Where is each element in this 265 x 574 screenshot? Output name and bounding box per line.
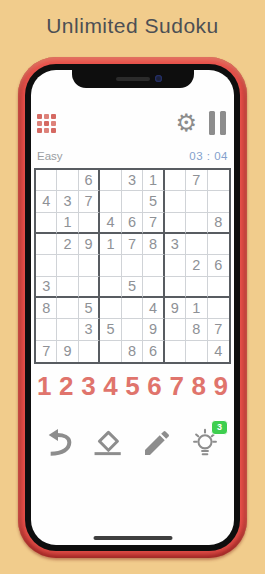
sudoku-cell[interactable]: 7 [79, 191, 100, 212]
camera-icon [155, 75, 162, 82]
sudoku-cell[interactable]: 1 [186, 298, 207, 319]
sudoku-cell[interactable]: 1 [57, 213, 78, 234]
sudoku-cell[interactable] [208, 170, 229, 191]
bottom-toolbar: 3 [41, 421, 224, 465]
sudoku-cell[interactable]: 4 [208, 341, 229, 362]
numpad-digit[interactable]: 5 [125, 371, 139, 401]
numpad-digit[interactable]: 1 [37, 371, 51, 401]
sudoku-cell[interactable] [122, 319, 143, 340]
sudoku-cell[interactable] [36, 255, 57, 276]
hint-count-badge: 3 [211, 420, 228, 435]
sudoku-cell[interactable]: 5 [79, 298, 100, 319]
sudoku-cell[interactable] [100, 255, 121, 276]
sudoku-cell[interactable]: 2 [57, 234, 78, 255]
undo-arrow-icon [44, 427, 76, 459]
sudoku-cell[interactable] [57, 255, 78, 276]
sudoku-cell[interactable] [208, 191, 229, 212]
sudoku-cell[interactable]: 8 [122, 341, 143, 362]
sudoku-cell[interactable] [36, 319, 57, 340]
numpad-digit[interactable]: 2 [59, 371, 73, 401]
undo-button[interactable] [41, 424, 79, 462]
sudoku-cell[interactable] [100, 277, 121, 298]
sudoku-grid[interactable]: 63174375146782917832635854913598779864 [34, 168, 231, 364]
top-toolbar: ⚙ [37, 112, 226, 134]
sudoku-cell[interactable] [36, 170, 57, 191]
sudoku-cell[interactable]: 4 [143, 298, 164, 319]
sudoku-cell[interactable]: 8 [186, 319, 207, 340]
erase-button[interactable] [89, 424, 127, 462]
sudoku-cell[interactable] [208, 277, 229, 298]
sudoku-cell[interactable]: 2 [186, 255, 207, 276]
pause-bar-icon [209, 111, 215, 135]
sudoku-cell[interactable] [57, 319, 78, 340]
sudoku-cell[interactable]: 8 [208, 213, 229, 234]
sudoku-cell[interactable]: 3 [165, 234, 186, 255]
sudoku-cell[interactable]: 5 [122, 277, 143, 298]
sudoku-cell[interactable]: 9 [165, 298, 186, 319]
sudoku-cell[interactable] [165, 213, 186, 234]
sudoku-cell[interactable] [165, 255, 186, 276]
numpad-digit[interactable]: 4 [103, 371, 117, 401]
sudoku-cell[interactable]: 7 [143, 213, 164, 234]
speaker-icon [116, 77, 150, 81]
sudoku-cell[interactable] [122, 298, 143, 319]
numpad-digit[interactable]: 6 [147, 371, 161, 401]
sudoku-cell[interactable] [165, 277, 186, 298]
note-pencil-button[interactable] [138, 424, 176, 462]
sudoku-cell[interactable]: 3 [79, 319, 100, 340]
sudoku-cell[interactable] [122, 255, 143, 276]
sudoku-cell[interactable]: 3 [122, 170, 143, 191]
sudoku-cell[interactable]: 7 [208, 319, 229, 340]
pencil-icon [141, 427, 173, 459]
numpad: 123456789 [37, 371, 228, 401]
numpad-digit[interactable]: 7 [169, 371, 183, 401]
sudoku-cell[interactable] [57, 298, 78, 319]
sudoku-cell[interactable] [186, 191, 207, 212]
sudoku-cell[interactable]: 9 [57, 341, 78, 362]
sudoku-cell[interactable] [100, 298, 121, 319]
pause-button[interactable] [209, 111, 226, 135]
sudoku-cell[interactable] [79, 213, 100, 234]
sudoku-cell[interactable] [100, 191, 121, 212]
sudoku-cell[interactable] [165, 170, 186, 191]
pause-bar-icon [220, 111, 226, 135]
home-indicator[interactable] [93, 536, 172, 540]
sudoku-cell[interactable] [165, 191, 186, 212]
page-title: Unlimited Sudoku [0, 14, 265, 38]
sudoku-cell[interactable]: 8 [36, 298, 57, 319]
sudoku-cell[interactable] [186, 277, 207, 298]
sudoku-cell[interactable]: 7 [36, 341, 57, 362]
sudoku-cell[interactable] [36, 234, 57, 255]
sudoku-cell[interactable] [143, 255, 164, 276]
sudoku-cell[interactable]: 3 [36, 277, 57, 298]
sudoku-cell[interactable]: 9 [79, 234, 100, 255]
phone-bezel: ⚙ Easy 03 : 04 6317437514678291783263585… [25, 64, 240, 551]
numpad-digit[interactable]: 3 [81, 371, 95, 401]
sudoku-cell[interactable]: 5 [143, 191, 164, 212]
timer: 03 : 04 [189, 150, 228, 162]
sudoku-cell[interactable] [36, 213, 57, 234]
sudoku-cell[interactable] [165, 319, 186, 340]
sudoku-cell[interactable] [208, 298, 229, 319]
sudoku-cell[interactable] [122, 191, 143, 212]
sudoku-cell[interactable] [79, 277, 100, 298]
sudoku-cell[interactable]: 3 [57, 191, 78, 212]
sudoku-cell[interactable] [79, 341, 100, 362]
status-row: Easy 03 : 04 [37, 150, 228, 162]
sudoku-cell[interactable] [57, 277, 78, 298]
sudoku-cell[interactable]: 6 [122, 213, 143, 234]
sudoku-cell[interactable] [165, 341, 186, 362]
sudoku-cell[interactable]: 8 [143, 234, 164, 255]
sudoku-cell[interactable] [100, 341, 121, 362]
sudoku-cell[interactable]: 6 [143, 341, 164, 362]
difficulty-label: Easy [37, 150, 63, 162]
sudoku-cell[interactable]: 1 [143, 170, 164, 191]
hint-button[interactable]: 3 [186, 424, 224, 462]
sudoku-cell[interactable]: 6 [208, 255, 229, 276]
page: { "title": "Unlimited Sudoku", "game": "… [0, 0, 265, 574]
sudoku-cell[interactable] [100, 170, 121, 191]
eraser-icon [91, 426, 125, 460]
sudoku-cell[interactable]: 1 [100, 234, 121, 255]
sudoku-cell[interactable] [79, 255, 100, 276]
sudoku-cell[interactable] [208, 234, 229, 255]
sudoku-cell[interactable]: 5 [100, 319, 121, 340]
sudoku-cell[interactable] [186, 234, 207, 255]
sudoku-cell[interactable] [186, 213, 207, 234]
sudoku-cell[interactable]: 6 [79, 170, 100, 191]
sudoku-cell[interactable] [57, 170, 78, 191]
sudoku-cell[interactable] [186, 341, 207, 362]
sudoku-cell[interactable]: 7 [122, 234, 143, 255]
sudoku-cell[interactable] [143, 277, 164, 298]
sudoku-cell[interactable]: 4 [100, 213, 121, 234]
sudoku-cell[interactable]: 7 [186, 170, 207, 191]
sudoku-cell[interactable]: 9 [143, 319, 164, 340]
notch [72, 70, 194, 88]
phone-screen: ⚙ Easy 03 : 04 6317437514678291783263585… [31, 70, 234, 545]
settings-gear-icon[interactable]: ⚙ [175, 112, 197, 134]
menu-grid-icon[interactable] [37, 114, 56, 133]
numpad-digit[interactable]: 8 [191, 371, 205, 401]
phone-frame: ⚙ Easy 03 : 04 6317437514678291783263585… [18, 57, 247, 558]
numpad-digit[interactable]: 9 [214, 371, 228, 401]
sudoku-cell[interactable]: 4 [36, 191, 57, 212]
